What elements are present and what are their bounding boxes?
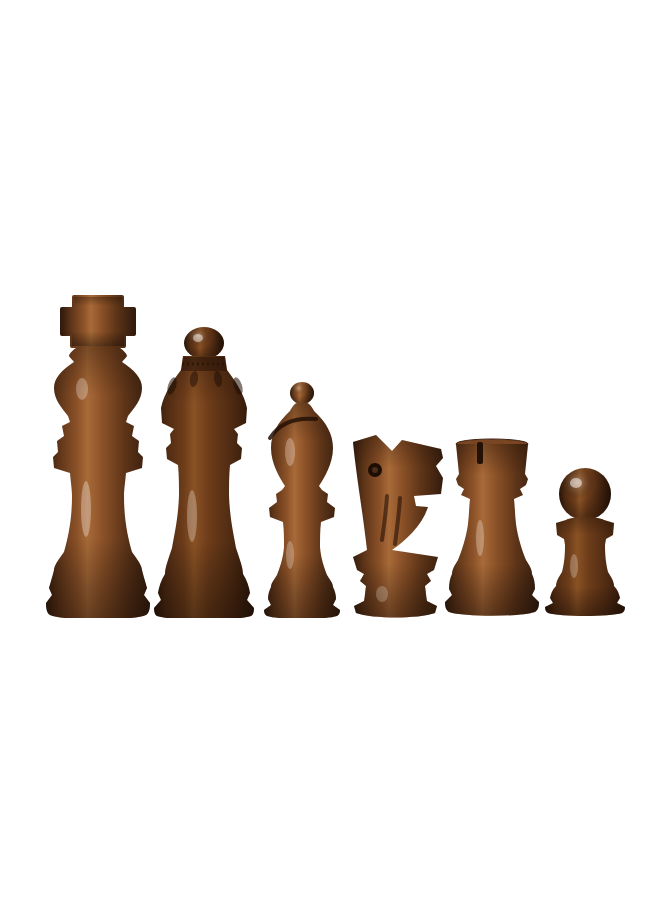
queen-knob-highlight <box>193 334 203 342</box>
piece-knight: ♞ <box>348 434 444 618</box>
knight-eye-pupil <box>372 467 378 473</box>
pawn-body-shade <box>545 517 625 616</box>
queen-body-shade <box>154 356 254 618</box>
queen-knob-shade <box>184 327 224 359</box>
rook-highlight <box>476 520 484 556</box>
product-photo: ♚ ♛ <box>0 0 660 900</box>
pawn-head-highlight <box>570 478 582 488</box>
piece-rook: ♜ <box>444 438 540 618</box>
bishop-highlight-2 <box>286 541 294 569</box>
king-body-shade <box>46 346 150 618</box>
piece-pawn: ♟ <box>540 466 630 618</box>
chess-pieces-row: ♚ ♛ <box>0 294 660 618</box>
piece-bishop: ♝ <box>256 380 348 618</box>
bishop-silhouette <box>256 380 348 618</box>
rook-crenel-slit <box>477 442 483 464</box>
rook-silhouette <box>444 438 540 618</box>
king-silhouette <box>44 294 152 618</box>
pawn-highlight <box>570 554 578 578</box>
queen-silhouette <box>152 326 256 618</box>
piece-queen: ♛ <box>152 326 256 618</box>
bishop-ball-shade <box>290 382 314 404</box>
rook-body-shade <box>445 444 539 616</box>
knight-silhouette <box>348 434 444 618</box>
pawn-silhouette <box>540 466 630 618</box>
knight-highlight <box>376 586 388 602</box>
king-highlight <box>81 481 91 537</box>
bishop-highlight <box>285 438 295 466</box>
king-highlight-2 <box>76 378 88 400</box>
queen-highlight <box>187 490 197 542</box>
piece-king: ♚ <box>44 294 152 618</box>
bishop-body-shade <box>264 403 340 619</box>
pawn-head-shade <box>559 468 611 520</box>
